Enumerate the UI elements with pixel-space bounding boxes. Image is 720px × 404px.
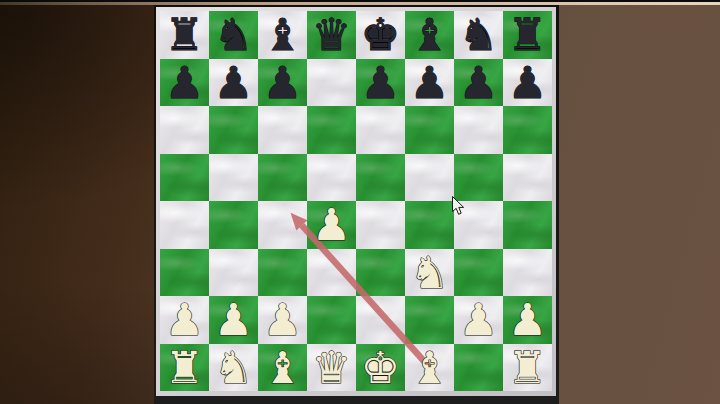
square-b3[interactable] <box>209 249 258 297</box>
square-h6[interactable] <box>503 106 552 154</box>
square-h4[interactable] <box>503 201 552 249</box>
square-g5[interactable] <box>454 154 503 202</box>
white-knight[interactable]: ♞ <box>410 249 449 297</box>
square-b8[interactable]: ♞ <box>209 11 258 59</box>
square-d3[interactable] <box>307 249 356 297</box>
square-a8[interactable]: ♜ <box>160 11 209 59</box>
chess-board: ♜♞♝♛♚♝♞♜♟♟♟♟♟♟♟♟♞♟♟♟♟♟♜♞♝♛♚♝♜ <box>160 11 552 391</box>
square-b6[interactable] <box>209 106 258 154</box>
square-a1[interactable]: ♜ <box>160 344 209 392</box>
black-rook[interactable]: ♜ <box>508 11 547 59</box>
square-c8[interactable]: ♝ <box>258 11 307 59</box>
white-king[interactable]: ♚ <box>361 344 400 392</box>
square-d7[interactable] <box>307 59 356 107</box>
square-g7[interactable]: ♟ <box>454 59 503 107</box>
square-c5[interactable] <box>258 154 307 202</box>
square-f5[interactable] <box>405 154 454 202</box>
white-pawn[interactable]: ♟ <box>459 296 498 344</box>
white-bishop[interactable]: ♝ <box>263 344 302 392</box>
board-frame: ♜♞♝♛♚♝♞♜♟♟♟♟♟♟♟♟♞♟♟♟♟♟♜♞♝♛♚♝♜ <box>154 5 559 404</box>
square-c4[interactable] <box>258 201 307 249</box>
square-a3[interactable] <box>160 249 209 297</box>
square-a7[interactable]: ♟ <box>160 59 209 107</box>
black-rook[interactable]: ♜ <box>165 11 204 59</box>
board-bezel: ♜♞♝♛♚♝♞♜♟♟♟♟♟♟♟♟♞♟♟♟♟♟♜♞♝♛♚♝♜ <box>156 7 556 396</box>
black-king[interactable]: ♚ <box>361 11 400 59</box>
square-a4[interactable] <box>160 201 209 249</box>
white-pawn[interactable]: ♟ <box>263 296 302 344</box>
white-bishop[interactable]: ♝ <box>410 344 449 392</box>
square-d5[interactable] <box>307 154 356 202</box>
square-h3[interactable] <box>503 249 552 297</box>
square-d8[interactable]: ♛ <box>307 11 356 59</box>
square-h8[interactable]: ♜ <box>503 11 552 59</box>
square-b7[interactable]: ♟ <box>209 59 258 107</box>
square-c6[interactable] <box>258 106 307 154</box>
black-queen[interactable]: ♛ <box>312 11 351 59</box>
square-f7[interactable]: ♟ <box>405 59 454 107</box>
square-d4[interactable]: ♟ <box>307 201 356 249</box>
black-knight[interactable]: ♞ <box>214 11 253 59</box>
white-rook[interactable]: ♜ <box>165 344 204 392</box>
black-pawn[interactable]: ♟ <box>165 59 204 107</box>
square-h2[interactable]: ♟ <box>503 296 552 344</box>
square-g1[interactable] <box>454 344 503 392</box>
app-window: ♜♞♝♛♚♝♞♜♟♟♟♟♟♟♟♟♞♟♟♟♟♟♜♞♝♛♚♝♜ <box>0 0 720 404</box>
square-e1[interactable]: ♚ <box>356 344 405 392</box>
black-knight[interactable]: ♞ <box>459 11 498 59</box>
square-c3[interactable] <box>258 249 307 297</box>
square-e4[interactable] <box>356 201 405 249</box>
black-pawn[interactable]: ♟ <box>508 59 547 107</box>
square-e6[interactable] <box>356 106 405 154</box>
square-g2[interactable]: ♟ <box>454 296 503 344</box>
square-c1[interactable]: ♝ <box>258 344 307 392</box>
square-a5[interactable] <box>160 154 209 202</box>
square-e7[interactable]: ♟ <box>356 59 405 107</box>
black-pawn[interactable]: ♟ <box>214 59 253 107</box>
black-pawn[interactable]: ♟ <box>410 59 449 107</box>
square-f3[interactable]: ♞ <box>405 249 454 297</box>
white-knight[interactable]: ♞ <box>214 344 253 392</box>
square-h1[interactable]: ♜ <box>503 344 552 392</box>
white-pawn[interactable]: ♟ <box>214 296 253 344</box>
square-d2[interactable] <box>307 296 356 344</box>
square-d1[interactable]: ♛ <box>307 344 356 392</box>
square-e2[interactable] <box>356 296 405 344</box>
square-b2[interactable]: ♟ <box>209 296 258 344</box>
square-h7[interactable]: ♟ <box>503 59 552 107</box>
white-queen[interactable]: ♛ <box>312 344 351 392</box>
square-g4[interactable] <box>454 201 503 249</box>
black-pawn[interactable]: ♟ <box>459 59 498 107</box>
square-b4[interactable] <box>209 201 258 249</box>
square-g8[interactable]: ♞ <box>454 11 503 59</box>
square-e8[interactable]: ♚ <box>356 11 405 59</box>
black-pawn[interactable]: ♟ <box>263 59 302 107</box>
square-e3[interactable] <box>356 249 405 297</box>
white-pawn[interactable]: ♟ <box>508 296 547 344</box>
square-f4[interactable] <box>405 201 454 249</box>
square-h5[interactable] <box>503 154 552 202</box>
square-f8[interactable]: ♝ <box>405 11 454 59</box>
square-b5[interactable] <box>209 154 258 202</box>
square-g6[interactable] <box>454 106 503 154</box>
square-c2[interactable]: ♟ <box>258 296 307 344</box>
square-c7[interactable]: ♟ <box>258 59 307 107</box>
black-pawn[interactable]: ♟ <box>361 59 400 107</box>
square-d6[interactable] <box>307 106 356 154</box>
black-bishop[interactable]: ♝ <box>263 11 302 59</box>
square-f6[interactable] <box>405 106 454 154</box>
square-f2[interactable] <box>405 296 454 344</box>
square-a2[interactable]: ♟ <box>160 296 209 344</box>
square-f1[interactable]: ♝ <box>405 344 454 392</box>
square-e5[interactable] <box>356 154 405 202</box>
white-rook[interactable]: ♜ <box>508 344 547 392</box>
white-pawn[interactable]: ♟ <box>312 201 351 249</box>
square-a6[interactable] <box>160 106 209 154</box>
square-b1[interactable]: ♞ <box>209 344 258 392</box>
square-g3[interactable] <box>454 249 503 297</box>
black-bishop[interactable]: ♝ <box>410 11 449 59</box>
white-pawn[interactable]: ♟ <box>165 296 204 344</box>
